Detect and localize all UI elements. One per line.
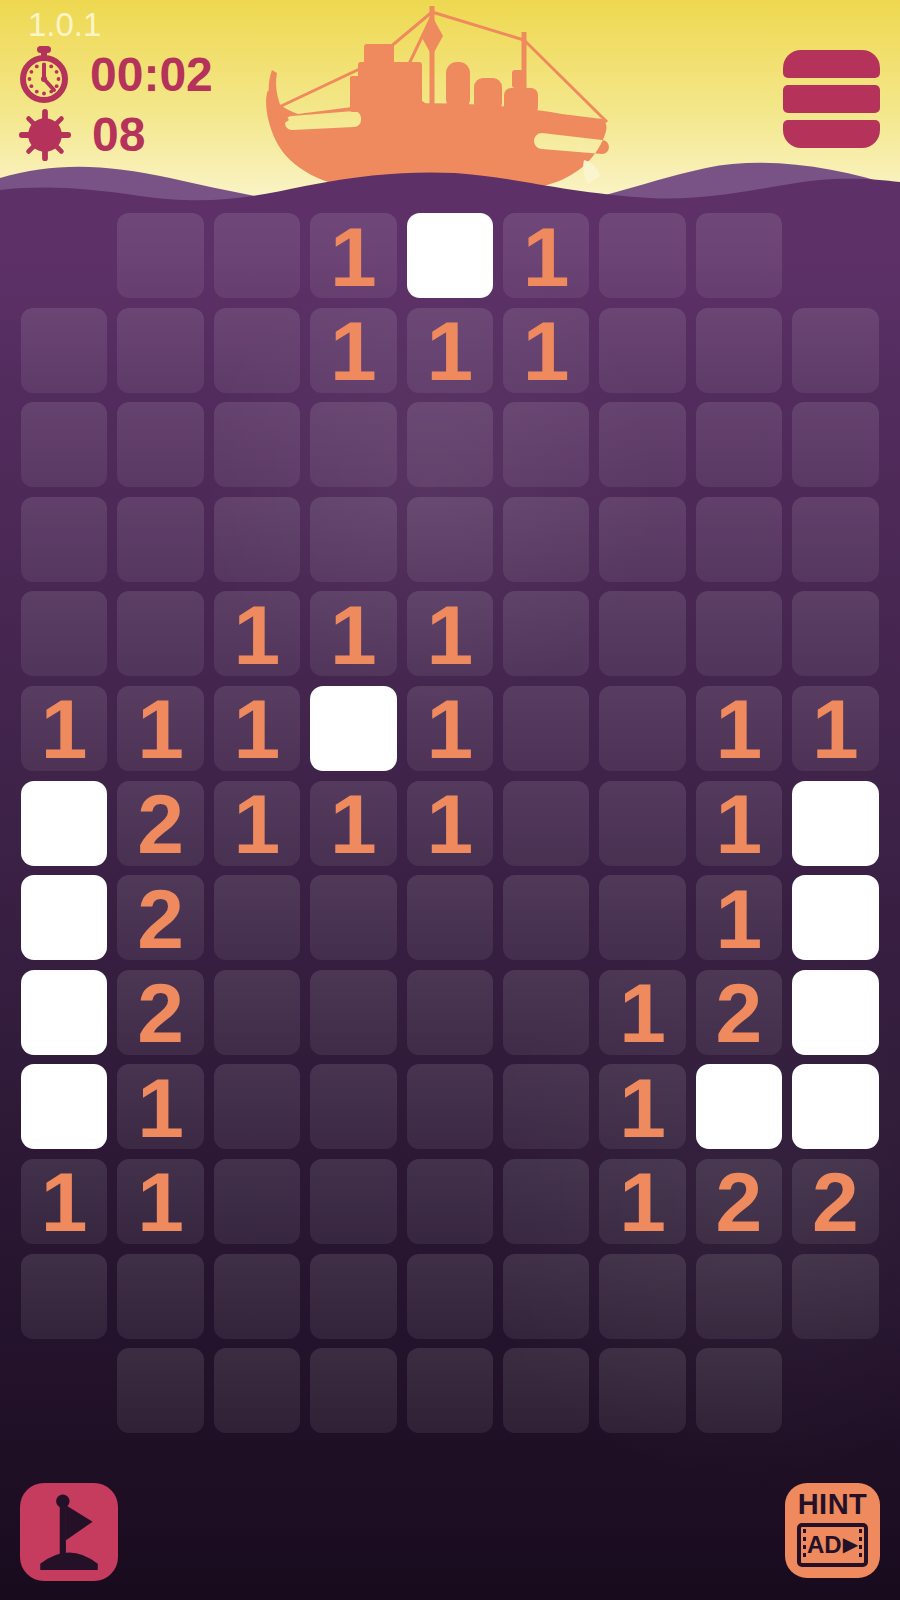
cell-r3c2[interactable] — [117, 402, 203, 487]
cell-r5c1[interactable] — [21, 591, 107, 676]
cell-r6c7[interactable] — [599, 686, 685, 771]
cell-r4c9[interactable] — [792, 497, 878, 582]
cell-r10c1[interactable] — [21, 1064, 107, 1149]
timer-value: 00:02 — [90, 51, 213, 99]
cell-r12c9[interactable] — [792, 1254, 878, 1339]
flag-mode-button[interactable] — [20, 1483, 118, 1581]
cell-r9c6[interactable] — [503, 970, 589, 1055]
cell-r8c7[interactable] — [599, 875, 685, 960]
cell-r10c7[interactable]: 1 — [599, 1064, 685, 1149]
adjacent-mine-count: 1 — [523, 215, 570, 299]
cell-r8c5[interactable] — [407, 875, 493, 960]
cell-r12c6[interactable] — [503, 1254, 589, 1339]
cell-r6c4[interactable] — [310, 686, 396, 771]
cell-r12c7[interactable] — [599, 1254, 685, 1339]
adjacent-mine-count: 1 — [330, 215, 377, 299]
adjacent-mine-count: 2 — [716, 1160, 763, 1244]
cell-r6c5[interactable]: 1 — [407, 686, 493, 771]
cell-r13c9 — [792, 1348, 878, 1433]
cell-r1c9 — [792, 213, 878, 298]
cell-r4c1[interactable] — [21, 497, 107, 582]
adjacent-mine-count: 1 — [41, 1160, 88, 1244]
cell-r11c7[interactable]: 1 — [599, 1159, 685, 1244]
adjacent-mine-count: 1 — [137, 687, 184, 771]
cell-r5c4[interactable]: 1 — [310, 591, 396, 676]
cell-r12c5[interactable] — [407, 1254, 493, 1339]
version-label: 1.0.1 — [28, 6, 101, 44]
adjacent-mine-count: 2 — [137, 782, 184, 866]
ad-label: AD — [807, 1533, 842, 1557]
board-grid: 1111111111111121111212121111122 — [21, 213, 879, 1433]
adjacent-mine-count: 1 — [716, 687, 763, 771]
cell-r3c9[interactable] — [792, 402, 878, 487]
cell-r3c3[interactable] — [214, 402, 300, 487]
cell-r9c2[interactable]: 2 — [117, 970, 203, 1055]
cell-r1c3[interactable] — [214, 213, 300, 298]
adjacent-mine-count: 1 — [619, 1066, 666, 1150]
hint-label: HINT — [798, 1490, 868, 1519]
cell-r10c4[interactable] — [310, 1064, 396, 1149]
adjacent-mine-count: 1 — [234, 593, 281, 677]
adjacent-mine-count: 1 — [41, 687, 88, 771]
cell-r1c8[interactable] — [696, 213, 782, 298]
cell-r7c1[interactable] — [21, 781, 107, 866]
timer-hud: 00:02 — [18, 46, 213, 104]
ad-filmstrip-icon: AD ▶ — [797, 1523, 868, 1567]
adjacent-mine-count: 1 — [137, 1066, 184, 1150]
cell-r5c7[interactable] — [599, 591, 685, 676]
adjacent-mine-count: 1 — [426, 782, 473, 866]
cell-r2c2[interactable] — [117, 308, 203, 393]
cell-r12c3[interactable] — [214, 1254, 300, 1339]
cell-r13c8[interactable] — [696, 1348, 782, 1433]
cell-r10c9[interactable] — [792, 1064, 878, 1149]
cell-r12c4[interactable] — [310, 1254, 396, 1339]
cell-r3c4[interactable] — [310, 402, 396, 487]
cell-r6c3[interactable]: 1 — [214, 686, 300, 771]
adjacent-mine-count: 1 — [234, 687, 281, 771]
cell-r3c1[interactable] — [21, 402, 107, 487]
cell-r13c4[interactable] — [310, 1348, 396, 1433]
cell-r8c8[interactable]: 1 — [696, 875, 782, 960]
cell-r2c5[interactable]: 1 — [407, 308, 493, 393]
cell-r3c6[interactable] — [503, 402, 589, 487]
cell-r11c2[interactable]: 1 — [117, 1159, 203, 1244]
cell-r7c8[interactable]: 1 — [696, 781, 782, 866]
cell-r9c7[interactable]: 1 — [599, 970, 685, 1055]
cell-r1c4[interactable]: 1 — [310, 213, 396, 298]
adjacent-mine-count: 1 — [330, 309, 377, 393]
adjacent-mine-count: 1 — [426, 687, 473, 771]
adjacent-mine-count: 1 — [619, 1160, 666, 1244]
cell-r4c4[interactable] — [310, 497, 396, 582]
cell-r13c7[interactable] — [599, 1348, 685, 1433]
cell-r2c9[interactable] — [792, 308, 878, 393]
cell-r1c7[interactable] — [599, 213, 685, 298]
cell-r6c2[interactable]: 1 — [117, 686, 203, 771]
flag-icon — [38, 1494, 100, 1570]
cell-r5c6[interactable] — [503, 591, 589, 676]
cell-r1c1 — [21, 213, 107, 298]
cell-r8c4[interactable] — [310, 875, 396, 960]
cell-r4c3[interactable] — [214, 497, 300, 582]
cell-r11c4[interactable] — [310, 1159, 396, 1244]
cell-r7c4[interactable]: 1 — [310, 781, 396, 866]
cell-r4c8[interactable] — [696, 497, 782, 582]
cell-r9c5[interactable] — [407, 970, 493, 1055]
cell-r13c5[interactable] — [407, 1348, 493, 1433]
adjacent-mine-count: 1 — [426, 309, 473, 393]
cell-r2c3[interactable] — [214, 308, 300, 393]
cell-r9c1[interactable] — [21, 970, 107, 1055]
cell-r1c2[interactable] — [117, 213, 203, 298]
adjacent-mine-count: 1 — [234, 782, 281, 866]
stopwatch-icon — [18, 46, 70, 104]
cell-r10c2[interactable]: 1 — [117, 1064, 203, 1149]
adjacent-mine-count: 2 — [137, 877, 184, 961]
cell-r10c8[interactable] — [696, 1064, 782, 1149]
cell-r8c2[interactable]: 2 — [117, 875, 203, 960]
cell-r10c3[interactable] — [214, 1064, 300, 1149]
cell-r7c9[interactable] — [792, 781, 878, 866]
adjacent-mine-count: 1 — [716, 877, 763, 961]
cell-r7c5[interactable]: 1 — [407, 781, 493, 866]
cell-r12c2[interactable] — [117, 1254, 203, 1339]
cell-r8c6[interactable] — [503, 875, 589, 960]
cell-r12c8[interactable] — [696, 1254, 782, 1339]
cell-r7c2[interactable]: 2 — [117, 781, 203, 866]
cell-r1c6[interactable]: 1 — [503, 213, 589, 298]
mine-icon — [18, 108, 72, 162]
adjacent-mine-count: 1 — [426, 593, 473, 677]
play-icon: ▶ — [843, 1534, 858, 1554]
adjacent-mine-count: 1 — [137, 1160, 184, 1244]
cell-r7c6[interactable] — [503, 781, 589, 866]
hint-ad-button[interactable]: HINT AD ▶ — [785, 1483, 880, 1578]
cell-r10c6[interactable] — [503, 1064, 589, 1149]
mine-counter-hud: 08 — [18, 108, 145, 162]
cell-r9c3[interactable] — [214, 970, 300, 1055]
cell-r6c1[interactable]: 1 — [21, 686, 107, 771]
cell-r2c4[interactable]: 1 — [310, 308, 396, 393]
cell-r11c9[interactable]: 2 — [792, 1159, 878, 1244]
cell-r4c7[interactable] — [599, 497, 685, 582]
cell-r1c5[interactable] — [407, 213, 493, 298]
cell-r6c9[interactable]: 1 — [792, 686, 878, 771]
cell-r9c4[interactable] — [310, 970, 396, 1055]
cell-r3c8[interactable] — [696, 402, 782, 487]
cell-r11c6[interactable] — [503, 1159, 589, 1244]
cell-r8c9[interactable] — [792, 875, 878, 960]
cell-r10c5[interactable] — [407, 1064, 493, 1149]
cell-r13c2[interactable] — [117, 1348, 203, 1433]
cell-r4c6[interactable] — [503, 497, 589, 582]
cell-r2c1[interactable] — [21, 308, 107, 393]
adjacent-mine-count: 1 — [330, 593, 377, 677]
cell-r13c3[interactable] — [214, 1348, 300, 1433]
cell-r11c8[interactable]: 2 — [696, 1159, 782, 1244]
adjacent-mine-count: 2 — [137, 971, 184, 1055]
cell-r11c1[interactable]: 1 — [21, 1159, 107, 1244]
cell-r12c1[interactable] — [21, 1254, 107, 1339]
cell-r9c8[interactable]: 2 — [696, 970, 782, 1055]
hamburger-menu-icon — [783, 50, 880, 78]
menu-button[interactable] — [783, 50, 880, 148]
game-screen: 1.0.1 00:02 — [0, 0, 900, 1600]
cell-r7c7[interactable] — [599, 781, 685, 866]
cell-r6c8[interactable]: 1 — [696, 686, 782, 771]
cell-r4c2[interactable] — [117, 497, 203, 582]
cell-r13c1 — [21, 1348, 107, 1433]
cell-r3c5[interactable] — [407, 402, 493, 487]
cell-r6c6[interactable] — [503, 686, 589, 771]
cell-r5c9[interactable] — [792, 591, 878, 676]
cell-r4c5[interactable] — [407, 497, 493, 582]
cell-r8c3[interactable] — [214, 875, 300, 960]
cell-r2c7[interactable] — [599, 308, 685, 393]
cell-r3c7[interactable] — [599, 402, 685, 487]
cell-r9c9[interactable] — [792, 970, 878, 1055]
cell-r7c3[interactable]: 1 — [214, 781, 300, 866]
cell-r5c5[interactable]: 1 — [407, 591, 493, 676]
adjacent-mine-count: 1 — [716, 782, 763, 866]
adjacent-mine-count: 2 — [812, 1160, 859, 1244]
cell-r5c3[interactable]: 1 — [214, 591, 300, 676]
adjacent-mine-count: 2 — [716, 971, 763, 1055]
adjacent-mine-count: 1 — [523, 309, 570, 393]
adjacent-mine-count: 1 — [812, 687, 859, 771]
adjacent-mine-count: 1 — [619, 971, 666, 1055]
cell-r2c8[interactable] — [696, 308, 782, 393]
mines-left-value: 08 — [92, 111, 145, 159]
adjacent-mine-count: 1 — [330, 782, 377, 866]
cell-r13c6[interactable] — [503, 1348, 589, 1433]
cell-r2c6[interactable]: 1 — [503, 308, 589, 393]
cell-r5c8[interactable] — [696, 591, 782, 676]
cell-r8c1[interactable] — [21, 875, 107, 960]
cell-r11c5[interactable] — [407, 1159, 493, 1244]
cell-r11c3[interactable] — [214, 1159, 300, 1244]
cell-r5c2[interactable] — [117, 591, 203, 676]
